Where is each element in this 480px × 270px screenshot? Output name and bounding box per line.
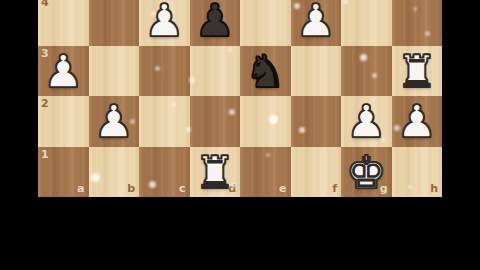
rank-label-2: 2 (41, 97, 49, 110)
square-a1[interactable]: 1a (38, 147, 89, 198)
square-a3[interactable]: 3♟ (38, 46, 89, 97)
square-f3[interactable] (291, 46, 342, 97)
white-pawn-b2[interactable]: ♟ (89, 96, 140, 147)
square-g4[interactable] (341, 0, 392, 46)
chess-board[interactable]: 4♟♟♟3♟♞♜2♟♟♟1abcd♜efg♚h (38, 0, 442, 197)
game-stage: 4♟♟♟3♟♞♜2♟♟♟1abcd♜efg♚h (0, 0, 480, 270)
square-c4[interactable]: ♟ (139, 0, 190, 46)
square-f1[interactable]: f (291, 147, 342, 198)
square-g3[interactable] (341, 46, 392, 97)
white-pawn-f4[interactable]: ♟ (291, 0, 342, 46)
square-c3[interactable] (139, 46, 190, 97)
rank-label-4: 4 (41, 0, 49, 9)
file-label-h: h (430, 182, 438, 195)
square-e1[interactable]: e (240, 147, 291, 198)
square-a2[interactable]: 2 (38, 96, 89, 147)
square-b3[interactable] (89, 46, 140, 97)
rank-label-1: 1 (41, 148, 49, 161)
square-h3[interactable]: ♜ (392, 46, 443, 97)
square-c2[interactable] (139, 96, 190, 147)
square-e2[interactable] (240, 96, 291, 147)
square-h1[interactable]: h (392, 147, 443, 198)
file-label-b: b (127, 182, 135, 195)
square-e4[interactable] (240, 0, 291, 46)
white-pawn-h2[interactable]: ♟ (392, 96, 443, 147)
square-b4[interactable] (89, 0, 140, 46)
square-c1[interactable]: c (139, 147, 190, 198)
black-knight-e3[interactable]: ♞ (240, 46, 291, 97)
square-g1[interactable]: g♚ (341, 147, 392, 198)
file-label-a: a (77, 182, 84, 195)
square-b2[interactable]: ♟ (89, 96, 140, 147)
white-king-g1[interactable]: ♚ (341, 147, 392, 198)
file-label-f: f (332, 182, 337, 195)
white-rook-d1[interactable]: ♜ (190, 147, 241, 198)
white-pawn-g2[interactable]: ♟ (341, 96, 392, 147)
square-f2[interactable] (291, 96, 342, 147)
square-h4[interactable] (392, 0, 443, 46)
file-label-c: c (179, 182, 186, 195)
black-pawn-d4[interactable]: ♟ (190, 0, 241, 46)
square-f4[interactable]: ♟ (291, 0, 342, 46)
file-label-e: e (279, 182, 286, 195)
square-g2[interactable]: ♟ (341, 96, 392, 147)
square-e3[interactable]: ♞ (240, 46, 291, 97)
square-d4[interactable]: ♟ (190, 0, 241, 46)
square-d1[interactable]: d♜ (190, 147, 241, 198)
square-a4[interactable]: 4 (38, 0, 89, 46)
square-h2[interactable]: ♟ (392, 96, 443, 147)
square-b1[interactable]: b (89, 147, 140, 198)
white-rook-h3[interactable]: ♜ (392, 46, 443, 97)
white-pawn-a3[interactable]: ♟ (38, 46, 89, 97)
square-d2[interactable] (190, 96, 241, 147)
white-pawn-c4[interactable]: ♟ (139, 0, 190, 46)
square-d3[interactable] (190, 46, 241, 97)
